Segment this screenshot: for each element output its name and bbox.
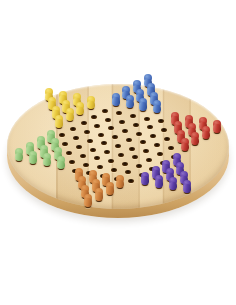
peg-blue[interactable] bbox=[125, 95, 134, 108]
board-hole[interactable] bbox=[168, 146, 174, 150]
board-hole[interactable] bbox=[158, 119, 164, 123]
peg-red[interactable] bbox=[180, 138, 189, 151]
board-hole[interactable] bbox=[161, 128, 167, 132]
board-hole[interactable] bbox=[62, 142, 68, 146]
board-hole[interactable] bbox=[146, 158, 152, 162]
board-hole[interactable] bbox=[119, 120, 125, 124]
board-hole[interactable] bbox=[69, 160, 75, 164]
peg-blue[interactable] bbox=[153, 100, 162, 113]
peg-body bbox=[87, 101, 95, 110]
board-hole[interactable] bbox=[157, 152, 163, 156]
peg-green[interactable] bbox=[29, 151, 38, 164]
board-hole[interactable] bbox=[81, 121, 87, 125]
chinese-checkers-product-photo bbox=[0, 0, 236, 305]
peg-red[interactable] bbox=[212, 120, 221, 133]
board-hole[interactable] bbox=[129, 147, 135, 151]
peg-orange[interactable] bbox=[95, 188, 104, 201]
peg-body bbox=[15, 153, 23, 162]
board-hole[interactable] bbox=[91, 115, 97, 119]
board-hole[interactable] bbox=[102, 109, 108, 113]
board-hole[interactable] bbox=[164, 137, 170, 141]
board-hole[interactable] bbox=[144, 117, 150, 121]
peg-yellow[interactable] bbox=[54, 115, 63, 128]
holes-layer bbox=[0, 0, 236, 305]
board-hole[interactable] bbox=[125, 170, 131, 174]
peg-body bbox=[181, 143, 189, 152]
peg-body bbox=[66, 113, 74, 122]
board-hole[interactable] bbox=[94, 156, 100, 160]
board-hole[interactable] bbox=[136, 164, 142, 168]
board-hole[interactable] bbox=[143, 149, 149, 153]
peg-body bbox=[183, 184, 191, 193]
peg-body bbox=[141, 176, 149, 185]
board-hole[interactable] bbox=[118, 153, 124, 157]
board-hole[interactable] bbox=[132, 155, 138, 159]
board-hole[interactable] bbox=[111, 168, 117, 172]
board-hole[interactable] bbox=[76, 145, 82, 149]
board-hole[interactable] bbox=[115, 144, 121, 148]
board-hole[interactable] bbox=[80, 154, 86, 158]
peg-orange[interactable] bbox=[105, 182, 114, 195]
board-hole[interactable] bbox=[94, 124, 100, 128]
board-hole[interactable] bbox=[97, 165, 103, 169]
peg-body bbox=[191, 137, 199, 146]
peg-body bbox=[155, 179, 163, 188]
board-hole[interactable] bbox=[87, 139, 93, 143]
peg-body bbox=[126, 100, 134, 109]
board-hole[interactable] bbox=[83, 163, 89, 167]
peg-orange[interactable] bbox=[116, 175, 125, 188]
board-hole[interactable] bbox=[128, 179, 134, 183]
board-hole[interactable] bbox=[66, 151, 72, 155]
peg-red[interactable] bbox=[191, 132, 200, 145]
peg-body bbox=[202, 131, 210, 140]
board-hole[interactable] bbox=[147, 125, 153, 129]
peg-green[interactable] bbox=[57, 156, 66, 169]
board-hole[interactable] bbox=[108, 159, 114, 163]
board-hole[interactable] bbox=[59, 133, 65, 137]
peg-red[interactable] bbox=[201, 126, 210, 139]
peg-body bbox=[213, 124, 221, 133]
peg-body bbox=[84, 198, 92, 207]
peg-body bbox=[57, 161, 65, 170]
board-hole[interactable] bbox=[122, 162, 128, 166]
peg-body bbox=[55, 119, 63, 128]
peg-blue[interactable] bbox=[139, 98, 148, 111]
board-hole[interactable] bbox=[136, 132, 142, 136]
peg-body bbox=[169, 182, 177, 191]
peg-green[interactable] bbox=[15, 148, 24, 161]
board-hole[interactable] bbox=[70, 127, 76, 131]
peg-purple[interactable] bbox=[169, 177, 178, 190]
peg-blue[interactable] bbox=[111, 93, 120, 106]
peg-orange[interactable] bbox=[84, 194, 93, 207]
peg-purple[interactable] bbox=[182, 180, 191, 193]
peg-body bbox=[116, 180, 124, 189]
peg-yellow[interactable] bbox=[76, 102, 85, 115]
board-hole[interactable] bbox=[101, 141, 107, 145]
peg-body bbox=[95, 192, 103, 201]
board-hole[interactable] bbox=[150, 134, 156, 138]
board-hole[interactable] bbox=[84, 130, 90, 134]
board-hole[interactable] bbox=[140, 140, 146, 144]
board-hole[interactable] bbox=[122, 129, 128, 133]
board-hole[interactable] bbox=[112, 135, 118, 139]
board-hole[interactable] bbox=[130, 114, 136, 118]
board-hole[interactable] bbox=[90, 148, 96, 152]
peg-body bbox=[139, 102, 147, 111]
peg-body bbox=[112, 97, 120, 106]
board-hole[interactable] bbox=[108, 126, 114, 130]
board-hole[interactable] bbox=[133, 123, 139, 127]
board-hole[interactable] bbox=[154, 143, 160, 147]
peg-yellow[interactable] bbox=[86, 96, 95, 109]
board-hole[interactable] bbox=[98, 133, 104, 137]
board-hole[interactable] bbox=[116, 111, 122, 115]
peg-body bbox=[43, 158, 51, 167]
peg-green[interactable] bbox=[43, 153, 52, 166]
peg-purple[interactable] bbox=[141, 172, 150, 185]
peg-body bbox=[153, 105, 161, 114]
peg-body bbox=[29, 155, 37, 164]
board-hole[interactable] bbox=[105, 118, 111, 122]
peg-purple[interactable] bbox=[155, 175, 164, 188]
board-hole[interactable] bbox=[126, 138, 132, 142]
peg-yellow[interactable] bbox=[65, 108, 74, 121]
peg-body bbox=[76, 107, 84, 116]
board-hole[interactable] bbox=[104, 150, 110, 154]
board-hole[interactable] bbox=[73, 136, 79, 140]
peg-body bbox=[106, 186, 114, 195]
